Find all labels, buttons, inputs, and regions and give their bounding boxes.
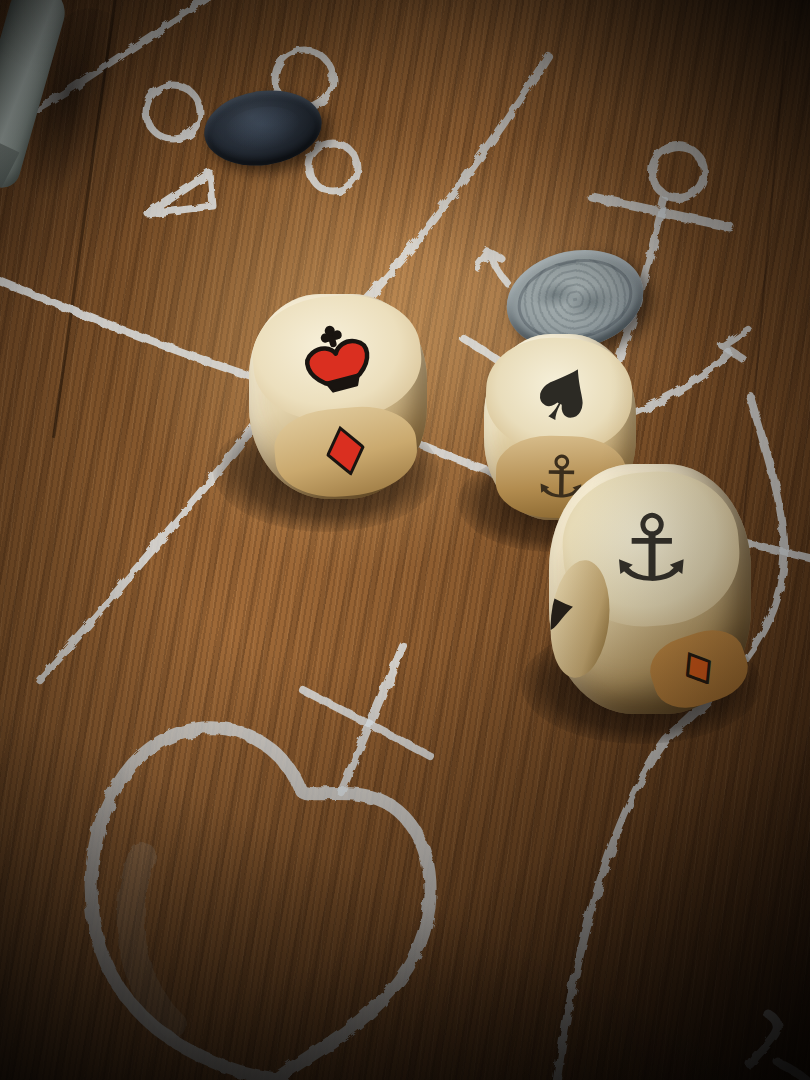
die-left: ♦ [249,294,427,499]
crown-symbol [289,312,385,404]
chalk-corner-squiggle [750,1014,806,1080]
anchor-symbol: ⚓ [610,503,692,595]
diamond-symbol: ♦ [669,639,728,700]
diamond-symbol: ♦ [311,414,381,489]
die-right: ⚓ ♦ ♠ [549,464,751,714]
chalk-cross-mark [303,646,430,792]
chalk-heart-symbol [91,728,430,1079]
crown-and-anchor-scene: ♦ ♠ ⚓ ⚓ ♦ ♠ [0,0,810,1080]
spade-symbol: ♠ [516,346,612,445]
